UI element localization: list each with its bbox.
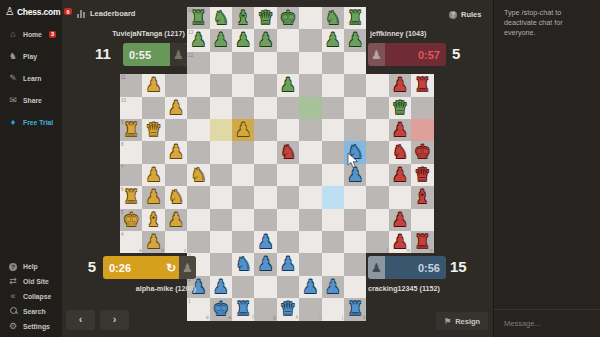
square-k6[interactable] bbox=[344, 186, 366, 208]
square-g6[interactable] bbox=[254, 186, 276, 208]
home-badge: 3 bbox=[49, 31, 56, 38]
rules-button[interactable]: ? Rules bbox=[449, 10, 481, 19]
help-icon: ? bbox=[8, 261, 18, 271]
square-i14[interactable] bbox=[299, 7, 321, 29]
red-pawn-m7[interactable]: ♟ bbox=[389, 164, 411, 186]
square-d9[interactable] bbox=[187, 119, 209, 141]
square-g12[interactable] bbox=[254, 52, 276, 74]
green-pawn-f13[interactable]: ♟ bbox=[232, 29, 254, 51]
square-i12[interactable] bbox=[299, 52, 321, 74]
red-rook-n4[interactable]: ♜ bbox=[411, 231, 433, 253]
red-pawn-m9[interactable]: ♟ bbox=[389, 119, 411, 141]
turn-spinner-icon: ↻ bbox=[166, 261, 179, 275]
square-g9[interactable] bbox=[254, 119, 276, 141]
square-d8[interactable] bbox=[187, 141, 209, 163]
square-a8[interactable]: 8 bbox=[120, 141, 142, 163]
square-g7[interactable] bbox=[254, 164, 276, 186]
square-k9[interactable] bbox=[344, 119, 366, 141]
mouse-cursor bbox=[347, 153, 359, 169]
square-c11[interactable] bbox=[165, 74, 187, 96]
square-l4[interactable]: l bbox=[366, 231, 388, 253]
score-yellow: 5 bbox=[82, 258, 102, 275]
square-e6[interactable] bbox=[210, 186, 232, 208]
square-e4[interactable] bbox=[210, 231, 232, 253]
pawn-logo-icon: ♙ bbox=[5, 5, 15, 18]
avatar-red: ♟ bbox=[368, 43, 385, 66]
yellow-rook-a9[interactable]: ♜ bbox=[120, 119, 142, 141]
green-rook-d14[interactable]: ♜ bbox=[187, 7, 209, 29]
square-j8[interactable] bbox=[322, 141, 344, 163]
sidebar-item-play[interactable]: ♞ Play bbox=[0, 48, 62, 64]
square-f6[interactable] bbox=[232, 186, 254, 208]
square-f12[interactable] bbox=[232, 52, 254, 74]
square-i3[interactable] bbox=[299, 253, 321, 275]
sidebar-item-share[interactable]: ✉ Share bbox=[0, 92, 62, 108]
blue-pawn-g3[interactable]: ♟ bbox=[254, 253, 276, 275]
sidebar-item-old-site[interactable]: ⇄ Old Site bbox=[0, 273, 62, 289]
sidebar-label: Collapse bbox=[23, 293, 51, 300]
square-i4[interactable] bbox=[299, 231, 321, 253]
square-n5[interactable] bbox=[411, 209, 433, 231]
chat-input[interactable]: Message... bbox=[494, 309, 600, 337]
clock-time: 0:55 bbox=[123, 49, 170, 61]
square-f10[interactable] bbox=[232, 97, 254, 119]
red-pawn-m5[interactable]: ♟ bbox=[389, 209, 411, 231]
red-rook-n11[interactable]: ♜ bbox=[411, 74, 433, 96]
clock-blue: ♟ 0:56 bbox=[368, 256, 446, 279]
sidebar-label: Help bbox=[23, 263, 38, 270]
file-label: l bbox=[387, 248, 388, 253]
rank-label: 1 bbox=[188, 299, 191, 304]
rank-label: 12 bbox=[188, 53, 193, 58]
sidebar-label: Settings bbox=[23, 323, 50, 330]
chat-notice: Type /stop-chat to deactivate chat for e… bbox=[504, 8, 594, 38]
clock-red: ♟ 0:57 bbox=[368, 43, 446, 66]
square-g2[interactable] bbox=[254, 276, 276, 298]
square-j6[interactable] bbox=[322, 186, 344, 208]
sidebar-label: Play bbox=[23, 53, 37, 60]
square-j10[interactable] bbox=[322, 97, 344, 119]
yellow-queen-b9[interactable]: ♛ bbox=[142, 119, 164, 141]
yellow-pawn-c5[interactable]: ♟ bbox=[165, 209, 187, 231]
green-knight-j14[interactable]: ♞ bbox=[322, 7, 344, 29]
green-rook-k14[interactable]: ♜ bbox=[344, 7, 366, 29]
yellow-pawn-b7[interactable]: ♟ bbox=[142, 164, 164, 186]
sidebar-label: Old Site bbox=[23, 278, 49, 285]
blue-pawn-g4[interactable]: ♟ bbox=[254, 231, 276, 253]
file-label: a bbox=[139, 248, 142, 253]
rules-label: Rules bbox=[461, 10, 481, 19]
green-knight-e14[interactable]: ♞ bbox=[210, 7, 232, 29]
square-e12[interactable] bbox=[210, 52, 232, 74]
square-j3[interactable] bbox=[322, 253, 344, 275]
logo-badge: 6 bbox=[64, 8, 71, 15]
file-label: j bbox=[342, 315, 343, 320]
yellow-knight-c6[interactable]: ♞ bbox=[165, 186, 187, 208]
chesscom-logo[interactable]: ♙ Chess.com 6 bbox=[5, 5, 72, 18]
avatar-blue: ♟ bbox=[368, 256, 385, 279]
red-king-n8[interactable]: ♚ bbox=[411, 141, 433, 163]
sidebar-label: Share bbox=[23, 97, 42, 104]
sidebar-item-learn[interactable]: ✎ Learn bbox=[0, 70, 62, 86]
square-a7[interactable]: 7 bbox=[120, 164, 142, 186]
square-f4[interactable] bbox=[232, 231, 254, 253]
square-l10[interactable] bbox=[366, 97, 388, 119]
yellow-pawn-b11[interactable]: ♟ bbox=[142, 74, 164, 96]
square-e5[interactable] bbox=[210, 209, 232, 231]
square-h4[interactable] bbox=[277, 231, 299, 253]
blue-pawn-j2[interactable]: ♟ bbox=[322, 276, 344, 298]
square-h7[interactable] bbox=[277, 164, 299, 186]
square-f7[interactable] bbox=[232, 164, 254, 186]
clock-green: 0:55 ♟ bbox=[123, 43, 187, 66]
square-k11[interactable] bbox=[344, 74, 366, 96]
sidebar-label: Free Trial bbox=[23, 119, 53, 126]
square-l5[interactable] bbox=[366, 209, 388, 231]
square-j4[interactable] bbox=[322, 231, 344, 253]
square-g1[interactable]: g bbox=[254, 298, 276, 320]
green-pawn-k13[interactable]: ♟ bbox=[344, 29, 366, 51]
sidebar-item-home[interactable]: ⌂ Home 3 bbox=[0, 26, 62, 42]
yellow-pawn-b4[interactable]: ♟ bbox=[142, 231, 164, 253]
player-name-green[interactable]: TuviejaNTanga (1217) bbox=[85, 29, 185, 38]
file-label: d bbox=[206, 315, 209, 320]
square-e10[interactable] bbox=[210, 97, 232, 119]
square-i9[interactable] bbox=[299, 119, 321, 141]
green-queen-g14[interactable]: ♛ bbox=[254, 7, 276, 29]
avatar-green: ♟ bbox=[170, 43, 187, 66]
square-i5[interactable] bbox=[299, 209, 321, 231]
square-e8[interactable] bbox=[210, 141, 232, 163]
search-icon bbox=[8, 306, 18, 316]
square-e3[interactable] bbox=[210, 253, 232, 275]
square-c9[interactable] bbox=[165, 119, 187, 141]
square-f8[interactable] bbox=[232, 141, 254, 163]
bar-chart-icon bbox=[77, 10, 85, 18]
square-c7[interactable] bbox=[165, 164, 187, 186]
player-name-yellow[interactable]: alpha-mike (1200) bbox=[96, 284, 196, 293]
sidebar-label: Search bbox=[23, 308, 46, 315]
square-j1[interactable]: j bbox=[322, 298, 344, 320]
blue-rook-f1[interactable]: ♜ bbox=[232, 298, 254, 320]
player-name-red[interactable]: jeffkinney (1043) bbox=[370, 29, 426, 38]
rank-label: 8 bbox=[121, 142, 124, 147]
resign-button[interactable]: ⚑ Resign bbox=[436, 312, 488, 330]
blue-knight-f3[interactable]: ♞ bbox=[232, 253, 254, 275]
score-green: 11 bbox=[88, 45, 118, 62]
square-m6[interactable] bbox=[389, 186, 411, 208]
square-a11[interactable]: 11 bbox=[120, 74, 142, 96]
square-n9[interactable] bbox=[411, 119, 433, 141]
square-k2[interactable] bbox=[344, 276, 366, 298]
square-l8[interactable] bbox=[366, 141, 388, 163]
square-b10[interactable] bbox=[142, 97, 164, 119]
square-i7[interactable] bbox=[299, 164, 321, 186]
square-f11[interactable] bbox=[232, 74, 254, 96]
settings-gear-icon: ⚙ bbox=[8, 321, 18, 331]
blue-pawn-h3[interactable]: ♟ bbox=[277, 253, 299, 275]
green-pawn-d13[interactable]: ♟ bbox=[187, 29, 209, 51]
sidebar-item-collapse[interactable]: « Collapse bbox=[0, 288, 62, 304]
green-pawn-j13[interactable]: ♟ bbox=[322, 29, 344, 51]
blue-rook-k1[interactable]: ♜ bbox=[344, 298, 366, 320]
square-d11[interactable] bbox=[187, 74, 209, 96]
sidebar: ♙ Chess.com 6 ⌂ Home 3 ♞ Play ✎ Learn ✉ … bbox=[0, 0, 62, 337]
square-j7[interactable] bbox=[322, 164, 344, 186]
square-g8[interactable] bbox=[254, 141, 276, 163]
square-d1[interactable]: 1d bbox=[187, 298, 209, 320]
score-red: 5 bbox=[452, 45, 460, 62]
green-pawn-h11[interactable]: ♟ bbox=[277, 74, 299, 96]
square-n10[interactable] bbox=[411, 97, 433, 119]
rank-label: 10 bbox=[121, 98, 126, 103]
clock-time: 0:57 bbox=[385, 49, 446, 61]
square-i13[interactable] bbox=[299, 29, 321, 51]
yellow-rook-a6[interactable]: ♜ bbox=[120, 186, 142, 208]
green-pawn-g13[interactable]: ♟ bbox=[254, 29, 276, 51]
blue-king-e1[interactable]: ♚ bbox=[210, 298, 232, 320]
prev-move-button[interactable]: ‹ bbox=[66, 310, 95, 330]
red-knight-m8[interactable]: ♞ bbox=[389, 141, 411, 163]
green-bishop-f14[interactable]: ♝ bbox=[232, 7, 254, 29]
square-h6[interactable] bbox=[277, 186, 299, 208]
square-d6[interactable] bbox=[187, 186, 209, 208]
rank-label: 7 bbox=[121, 165, 124, 170]
home-icon: ⌂ bbox=[8, 29, 18, 39]
clock-yellow-active: 0:26 ↻ ♟ bbox=[103, 256, 196, 279]
blue-pawn-e2[interactable]: ♟ bbox=[210, 276, 232, 298]
square-d12[interactable]: 12 bbox=[187, 52, 209, 74]
sidebar-item-settings[interactable]: ⚙ Settings bbox=[0, 318, 62, 334]
square-h2[interactable] bbox=[277, 276, 299, 298]
score-blue: 15 bbox=[450, 258, 467, 275]
sidebar-item-search[interactable]: Search bbox=[0, 303, 62, 319]
square-d4[interactable] bbox=[187, 231, 209, 253]
square-e7[interactable] bbox=[210, 164, 232, 186]
square-j5[interactable] bbox=[322, 209, 344, 231]
leaderboard-button[interactable]: Leaderboard bbox=[77, 9, 135, 18]
square-k5[interactable] bbox=[344, 209, 366, 231]
player-name-blue[interactable]: cracking12345 (1152) bbox=[368, 284, 440, 293]
square-h5[interactable] bbox=[277, 209, 299, 231]
square-j9[interactable] bbox=[322, 119, 344, 141]
square-i6[interactable] bbox=[299, 186, 321, 208]
square-h10[interactable] bbox=[277, 97, 299, 119]
yellow-king-a5[interactable]: ♚ bbox=[120, 209, 142, 231]
diamond-icon: ♦ bbox=[8, 117, 18, 127]
leaderboard-label: Leaderboard bbox=[90, 9, 135, 18]
green-queen-m10[interactable]: ♛ bbox=[389, 97, 411, 119]
red-queen-n7[interactable]: ♛ bbox=[411, 164, 433, 186]
green-king-h14[interactable]: ♚ bbox=[277, 7, 299, 29]
sidebar-item-free-trial[interactable]: ♦ Free Trial bbox=[0, 114, 62, 130]
chat-panel: Type /stop-chat to deactivate chat for e… bbox=[493, 0, 600, 337]
rank-label: 4 bbox=[121, 232, 124, 237]
square-g11[interactable] bbox=[254, 74, 276, 96]
play-icon: ♞ bbox=[8, 51, 18, 61]
flag-icon: ⚑ bbox=[444, 317, 451, 326]
logo-text: Chess.com bbox=[17, 7, 61, 17]
blue-pawn-i2[interactable]: ♟ bbox=[299, 276, 321, 298]
square-k10[interactable] bbox=[344, 97, 366, 119]
resign-label: Resign bbox=[455, 317, 480, 326]
square-k12[interactable] bbox=[344, 52, 366, 74]
square-i8[interactable] bbox=[299, 141, 321, 163]
red-knight-h8[interactable]: ♞ bbox=[277, 141, 299, 163]
sidebar-label: Home bbox=[23, 31, 42, 38]
learn-icon: ✎ bbox=[8, 73, 18, 83]
square-l6[interactable] bbox=[366, 186, 388, 208]
clock-time: 0:56 bbox=[385, 262, 446, 274]
square-i10[interactable] bbox=[299, 97, 321, 119]
green-pawn-e13[interactable]: ♟ bbox=[210, 29, 232, 51]
square-k3[interactable] bbox=[344, 253, 366, 275]
yellow-bishop-b5[interactable]: ♝ bbox=[142, 209, 164, 231]
old-site-icon: ⇄ bbox=[8, 276, 18, 286]
square-d10[interactable] bbox=[187, 97, 209, 119]
yellow-pawn-b6[interactable]: ♟ bbox=[142, 186, 164, 208]
square-h9[interactable] bbox=[277, 119, 299, 141]
square-l7[interactable] bbox=[366, 164, 388, 186]
file-label: c bbox=[184, 248, 186, 253]
yellow-pawn-f9[interactable]: ♟ bbox=[232, 119, 254, 141]
square-h12[interactable] bbox=[277, 52, 299, 74]
question-glyph: ? bbox=[9, 263, 17, 271]
square-e9[interactable] bbox=[210, 119, 232, 141]
square-c4[interactable]: c bbox=[165, 231, 187, 253]
question-circle-icon: ? bbox=[449, 11, 457, 19]
square-i1[interactable]: i bbox=[299, 298, 321, 320]
square-f2[interactable] bbox=[232, 276, 254, 298]
square-k4[interactable] bbox=[344, 231, 366, 253]
chat-placeholder: Message... bbox=[504, 319, 541, 328]
square-l9[interactable] bbox=[366, 119, 388, 141]
red-pawn-m4[interactable]: ♟ bbox=[389, 231, 411, 253]
square-j11[interactable] bbox=[322, 74, 344, 96]
square-l11[interactable] bbox=[366, 74, 388, 96]
square-h13[interactable] bbox=[277, 29, 299, 51]
red-pawn-m11[interactable]: ♟ bbox=[389, 74, 411, 96]
next-move-button[interactable]: › bbox=[100, 310, 129, 330]
clock-time: 0:26 bbox=[103, 262, 166, 274]
square-g5[interactable] bbox=[254, 209, 276, 231]
sidebar-item-help[interactable]: ? Help bbox=[0, 258, 62, 274]
square-d5[interactable] bbox=[187, 209, 209, 231]
square-f5[interactable] bbox=[232, 209, 254, 231]
square-g10[interactable] bbox=[254, 97, 276, 119]
square-j12[interactable] bbox=[322, 52, 344, 74]
red-bishop-n6[interactable]: ♝ bbox=[411, 186, 433, 208]
square-e11[interactable] bbox=[210, 74, 232, 96]
share-icon: ✉ bbox=[8, 95, 18, 105]
yellow-pawn-c8[interactable]: ♟ bbox=[165, 141, 187, 163]
sidebar-label: Learn bbox=[23, 75, 42, 82]
square-a10[interactable]: 10 bbox=[120, 97, 142, 119]
yellow-pawn-c10[interactable]: ♟ bbox=[165, 97, 187, 119]
blue-queen-h1[interactable]: ♛ bbox=[277, 298, 299, 320]
square-b8[interactable] bbox=[142, 141, 164, 163]
yellow-knight-d7[interactable]: ♞ bbox=[187, 164, 209, 186]
square-i11[interactable] bbox=[299, 74, 321, 96]
rank-label: 11 bbox=[121, 75, 126, 80]
file-label: i bbox=[320, 315, 321, 320]
avatar-yellow: ♟ bbox=[179, 256, 196, 279]
collapse-icon: « bbox=[8, 291, 18, 301]
file-label: g bbox=[273, 315, 276, 320]
square-a4[interactable]: 4a bbox=[120, 231, 142, 253]
